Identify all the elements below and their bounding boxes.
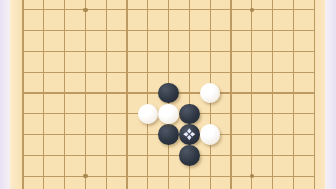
grid-line-horizontal bbox=[22, 9, 314, 10]
gomoku-board[interactable] bbox=[10, 0, 325, 189]
black-stone bbox=[179, 145, 200, 166]
video-frame bbox=[0, 0, 336, 189]
black-stone bbox=[158, 124, 179, 145]
star-point bbox=[250, 8, 255, 13]
black-stone bbox=[179, 124, 200, 145]
white-stone bbox=[200, 124, 221, 145]
last-move-marker-icon bbox=[183, 128, 196, 141]
grid-line-horizontal bbox=[22, 72, 314, 73]
white-stone bbox=[158, 104, 179, 125]
grid-line-vertical bbox=[147, 0, 148, 189]
black-stone bbox=[179, 104, 200, 125]
grid-line-vertical bbox=[293, 0, 294, 189]
grid-line-vertical bbox=[126, 0, 127, 189]
grid-line-vertical bbox=[314, 0, 315, 189]
grid-line-horizontal bbox=[22, 155, 314, 156]
letterbox-right bbox=[325, 0, 336, 189]
star-point bbox=[83, 8, 88, 13]
grid-line-horizontal bbox=[22, 51, 314, 52]
grid-line-horizontal bbox=[22, 30, 314, 31]
white-stone bbox=[138, 104, 159, 125]
letterbox-left bbox=[0, 0, 10, 189]
grid-line-horizontal bbox=[22, 176, 314, 177]
grid-line-vertical bbox=[22, 0, 23, 189]
star-point bbox=[83, 174, 88, 179]
grid-line-vertical bbox=[251, 0, 252, 189]
star-point bbox=[250, 174, 255, 179]
grid-line-vertical bbox=[43, 0, 44, 189]
grid-line-vertical bbox=[85, 0, 86, 189]
white-stone bbox=[200, 83, 221, 104]
grid-line-vertical bbox=[106, 0, 107, 189]
black-stone bbox=[158, 83, 179, 104]
grid-line-vertical bbox=[272, 0, 273, 189]
grid-line-vertical bbox=[230, 0, 231, 189]
grid-line-vertical bbox=[64, 0, 65, 189]
